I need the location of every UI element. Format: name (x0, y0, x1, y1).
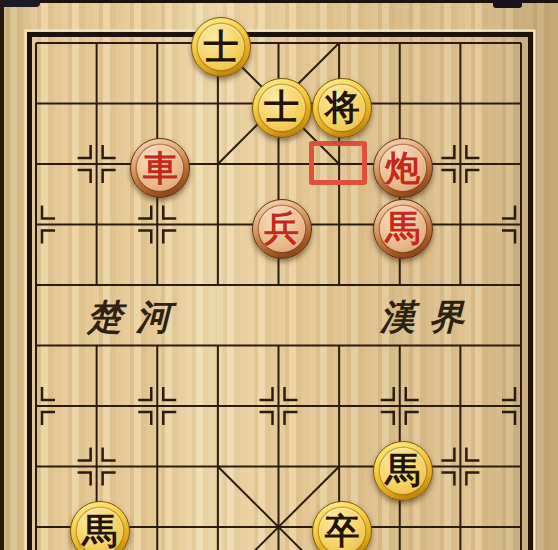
piece-glyph: 馬 (82, 513, 117, 548)
piece-red-cannon[interactable]: 炮 (373, 138, 433, 198)
piece-glyph: 馬 (385, 452, 420, 487)
piece-black-advisor-1[interactable]: 士 (191, 17, 251, 77)
river-label-left: 楚河 (69, 294, 193, 340)
last-move-highlight (309, 141, 367, 185)
piece-glyph: 炮 (385, 150, 420, 185)
piece-red-soldier[interactable]: 兵 (252, 199, 312, 259)
piece-face: 炮 (380, 145, 426, 191)
piece-face: 士 (198, 24, 244, 70)
river-label-right: 漢界 (362, 294, 486, 340)
piece-face: 兵 (259, 206, 305, 252)
piece-face: 馬 (380, 206, 426, 252)
piece-face: 車 (137, 145, 183, 191)
piece-black-general[interactable]: 将 (312, 78, 372, 138)
piece-black-horse-1[interactable]: 馬 (373, 441, 433, 501)
piece-red-horse[interactable]: 馬 (373, 199, 433, 259)
piece-face: 卒 (319, 508, 365, 550)
piece-black-horse-2[interactable]: 馬 (70, 501, 130, 550)
piece-face: 馬 (380, 448, 426, 494)
piece-face: 将 (319, 85, 365, 131)
piece-black-advisor-2[interactable]: 士 (252, 78, 312, 138)
piece-glyph: 馬 (385, 210, 420, 245)
piece-glyph: 士 (264, 89, 299, 124)
piece-glyph: 将 (325, 89, 360, 124)
piece-red-chariot[interactable]: 車 (130, 138, 190, 198)
piece-glyph: 兵 (264, 210, 299, 245)
xiangqi-board: 楚河 漢界 士士将車炮兵馬馬馬卒 (0, 0, 558, 550)
piece-face: 士 (259, 85, 305, 131)
piece-glyph: 車 (143, 150, 178, 185)
piece-face: 馬 (77, 508, 123, 550)
piece-glyph: 士 (203, 29, 238, 64)
piece-glyph: 卒 (325, 513, 360, 548)
